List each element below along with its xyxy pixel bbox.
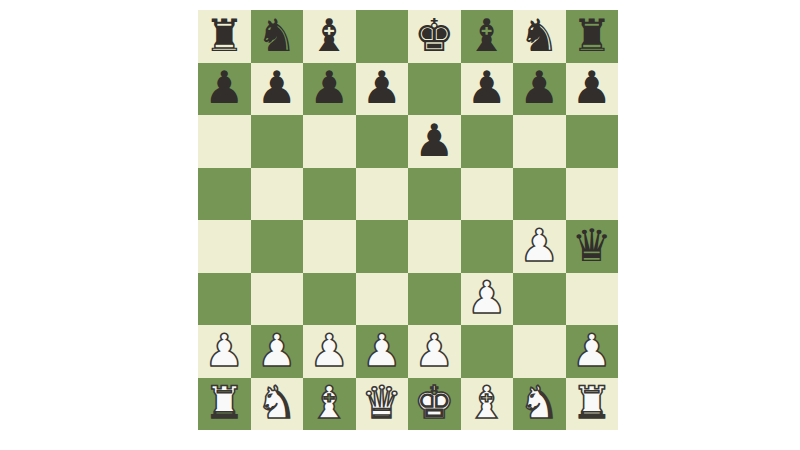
square-g3[interactable] xyxy=(513,273,566,326)
square-e1[interactable]: ♚ xyxy=(408,378,461,431)
piece-black-bishop[interactable]: ♝ xyxy=(309,13,349,58)
square-h2[interactable]: ♟ xyxy=(566,325,619,378)
piece-white-bishop[interactable]: ♝ xyxy=(467,380,507,425)
square-e7[interactable] xyxy=(408,63,461,116)
square-a2[interactable]: ♟ xyxy=(198,325,251,378)
piece-black-bishop[interactable]: ♝ xyxy=(467,13,507,58)
piece-black-pawn[interactable]: ♟ xyxy=(309,65,349,110)
piece-black-rook[interactable]: ♜ xyxy=(204,13,244,58)
square-h6[interactable] xyxy=(566,115,619,168)
square-d4[interactable] xyxy=(356,220,409,273)
square-b1[interactable]: ♞ xyxy=(251,378,304,431)
piece-white-pawn[interactable]: ♟ xyxy=(414,328,454,373)
piece-black-pawn[interactable]: ♟ xyxy=(362,65,402,110)
square-b5[interactable] xyxy=(251,168,304,221)
square-f7[interactable]: ♟ xyxy=(461,63,514,116)
piece-white-rook[interactable]: ♜ xyxy=(204,380,244,425)
square-a7[interactable]: ♟ xyxy=(198,63,251,116)
piece-white-pawn[interactable]: ♟ xyxy=(467,275,507,320)
piece-black-knight[interactable]: ♞ xyxy=(519,13,559,58)
square-e5[interactable] xyxy=(408,168,461,221)
piece-white-queen[interactable]: ♛ xyxy=(362,380,402,425)
square-g8[interactable]: ♞ xyxy=(513,10,566,63)
square-f8[interactable]: ♝ xyxy=(461,10,514,63)
piece-white-pawn[interactable]: ♟ xyxy=(572,328,612,373)
square-c6[interactable] xyxy=(303,115,356,168)
piece-white-pawn[interactable]: ♟ xyxy=(257,328,297,373)
piece-black-queen[interactable]: ♛ xyxy=(572,223,612,268)
piece-black-pawn[interactable]: ♟ xyxy=(257,65,297,110)
piece-black-pawn[interactable]: ♟ xyxy=(572,65,612,110)
square-g2[interactable] xyxy=(513,325,566,378)
square-g6[interactable] xyxy=(513,115,566,168)
square-a5[interactable] xyxy=(198,168,251,221)
piece-white-rook[interactable]: ♜ xyxy=(572,380,612,425)
piece-black-knight[interactable]: ♞ xyxy=(257,13,297,58)
square-b8[interactable]: ♞ xyxy=(251,10,304,63)
square-d8[interactable] xyxy=(356,10,409,63)
square-g7[interactable]: ♟ xyxy=(513,63,566,116)
square-f2[interactable] xyxy=(461,325,514,378)
square-g4[interactable]: ♟ xyxy=(513,220,566,273)
square-c5[interactable] xyxy=(303,168,356,221)
page-background: ♜♞♝♚♝♞♜♟♟♟♟♟♟♟♟♟♛♟♟♟♟♟♟♟♜♞♝♛♚♝♞♜ xyxy=(0,0,800,450)
piece-white-bishop[interactable]: ♝ xyxy=(309,380,349,425)
piece-black-pawn[interactable]: ♟ xyxy=(519,65,559,110)
square-e2[interactable]: ♟ xyxy=(408,325,461,378)
square-c7[interactable]: ♟ xyxy=(303,63,356,116)
square-a1[interactable]: ♜ xyxy=(198,378,251,431)
piece-black-king[interactable]: ♚ xyxy=(414,13,454,58)
square-c1[interactable]: ♝ xyxy=(303,378,356,431)
piece-black-rook[interactable]: ♜ xyxy=(572,13,612,58)
square-a4[interactable] xyxy=(198,220,251,273)
square-e3[interactable] xyxy=(408,273,461,326)
square-b3[interactable] xyxy=(251,273,304,326)
square-a3[interactable] xyxy=(198,273,251,326)
square-d3[interactable] xyxy=(356,273,409,326)
square-e8[interactable]: ♚ xyxy=(408,10,461,63)
square-a8[interactable]: ♜ xyxy=(198,10,251,63)
square-h3[interactable] xyxy=(566,273,619,326)
square-b6[interactable] xyxy=(251,115,304,168)
square-h8[interactable]: ♜ xyxy=(566,10,619,63)
square-b4[interactable] xyxy=(251,220,304,273)
piece-white-pawn[interactable]: ♟ xyxy=(519,223,559,268)
piece-white-pawn[interactable]: ♟ xyxy=(362,328,402,373)
piece-black-pawn[interactable]: ♟ xyxy=(414,118,454,163)
square-c8[interactable]: ♝ xyxy=(303,10,356,63)
square-f1[interactable]: ♝ xyxy=(461,378,514,431)
square-b2[interactable]: ♟ xyxy=(251,325,304,378)
square-d6[interactable] xyxy=(356,115,409,168)
square-f3[interactable]: ♟ xyxy=(461,273,514,326)
piece-white-pawn[interactable]: ♟ xyxy=(309,328,349,373)
piece-white-king[interactable]: ♚ xyxy=(414,380,454,425)
square-e6[interactable]: ♟ xyxy=(408,115,461,168)
square-e4[interactable] xyxy=(408,220,461,273)
piece-black-pawn[interactable]: ♟ xyxy=(467,65,507,110)
square-f6[interactable] xyxy=(461,115,514,168)
square-d2[interactable]: ♟ xyxy=(356,325,409,378)
square-a6[interactable] xyxy=(198,115,251,168)
square-g5[interactable] xyxy=(513,168,566,221)
piece-white-knight[interactable]: ♞ xyxy=(257,380,297,425)
square-b7[interactable]: ♟ xyxy=(251,63,304,116)
piece-black-pawn[interactable]: ♟ xyxy=(204,65,244,110)
square-d7[interactable]: ♟ xyxy=(356,63,409,116)
square-f4[interactable] xyxy=(461,220,514,273)
square-h4[interactable]: ♛ xyxy=(566,220,619,273)
square-c2[interactable]: ♟ xyxy=(303,325,356,378)
square-c3[interactable] xyxy=(303,273,356,326)
square-h7[interactable]: ♟ xyxy=(566,63,619,116)
square-c4[interactable] xyxy=(303,220,356,273)
chess-board[interactable]: ♜♞♝♚♝♞♜♟♟♟♟♟♟♟♟♟♛♟♟♟♟♟♟♟♜♞♝♛♚♝♞♜ xyxy=(198,10,618,430)
piece-white-pawn[interactable]: ♟ xyxy=(204,328,244,373)
piece-white-knight[interactable]: ♞ xyxy=(519,380,559,425)
square-g1[interactable]: ♞ xyxy=(513,378,566,431)
square-f5[interactable] xyxy=(461,168,514,221)
square-h5[interactable] xyxy=(566,168,619,221)
square-h1[interactable]: ♜ xyxy=(566,378,619,431)
square-d1[interactable]: ♛ xyxy=(356,378,409,431)
square-d5[interactable] xyxy=(356,168,409,221)
